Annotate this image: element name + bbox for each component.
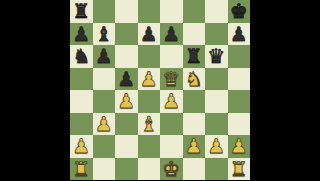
square-g6[interactable]: ♛ [205, 45, 228, 68]
square-e3[interactable] [160, 113, 183, 136]
square-f2[interactable]: ♟ [183, 135, 206, 158]
square-d1[interactable] [138, 158, 161, 181]
square-h6[interactable] [228, 45, 251, 68]
square-b2[interactable] [93, 135, 116, 158]
square-h8[interactable]: ♚ [228, 0, 251, 23]
square-g3[interactable] [205, 113, 228, 136]
piece-white-queen-e5[interactable]: ♛ [162, 68, 180, 90]
square-g8[interactable] [205, 0, 228, 23]
square-f5[interactable]: ♞ [183, 68, 206, 91]
square-b5[interactable] [93, 68, 116, 91]
square-c8[interactable] [115, 0, 138, 23]
square-g1[interactable] [205, 158, 228, 181]
piece-white-pawn-e4[interactable]: ♟ [162, 90, 180, 112]
square-c7[interactable] [115, 23, 138, 46]
piece-white-rook-h1[interactable]: ♜ [230, 158, 248, 180]
square-d3[interactable]: ♝ [138, 113, 161, 136]
square-e4[interactable]: ♟ [160, 90, 183, 113]
square-c6[interactable] [115, 45, 138, 68]
square-f3[interactable] [183, 113, 206, 136]
piece-white-pawn-d5[interactable]: ♟ [140, 68, 158, 90]
square-c2[interactable] [115, 135, 138, 158]
piece-black-rook-a8[interactable]: ♜ [72, 0, 90, 22]
square-c5[interactable]: ♟ [115, 68, 138, 91]
square-a1[interactable]: ♜ [70, 158, 93, 181]
square-h2[interactable]: ♟ [228, 135, 251, 158]
square-a2[interactable]: ♟ [70, 135, 93, 158]
square-f6[interactable]: ♜ [183, 45, 206, 68]
square-f7[interactable] [183, 23, 206, 46]
square-a6[interactable]: ♞ [70, 45, 93, 68]
piece-black-king-h8[interactable]: ♚ [230, 0, 248, 22]
square-e6[interactable] [160, 45, 183, 68]
square-g7[interactable] [205, 23, 228, 46]
square-a3[interactable] [70, 113, 93, 136]
square-d2[interactable] [138, 135, 161, 158]
chess-board[interactable]: ♜♚♟♝♟♟♟♞♟♜♛♟♟♛♞♟♟♟♝♟♟♟♟♜♚♜ [70, 0, 250, 180]
square-f8[interactable] [183, 0, 206, 23]
square-b4[interactable] [93, 90, 116, 113]
square-b7[interactable]: ♝ [93, 23, 116, 46]
piece-black-knight-a6[interactable]: ♞ [72, 45, 90, 67]
square-e1[interactable]: ♚ [160, 158, 183, 181]
piece-black-rook-f6[interactable]: ♜ [185, 45, 203, 67]
piece-white-pawn-b3[interactable]: ♟ [95, 113, 113, 135]
piece-white-knight-f5[interactable]: ♞ [185, 68, 203, 90]
square-b3[interactable]: ♟ [93, 113, 116, 136]
piece-black-pawn-e7[interactable]: ♟ [162, 23, 180, 45]
square-e2[interactable] [160, 135, 183, 158]
piece-white-pawn-f2[interactable]: ♟ [185, 135, 203, 157]
square-b8[interactable] [93, 0, 116, 23]
square-c4[interactable]: ♟ [115, 90, 138, 113]
piece-black-pawn-d7[interactable]: ♟ [140, 23, 158, 45]
square-g4[interactable] [205, 90, 228, 113]
square-h5[interactable] [228, 68, 251, 91]
square-h1[interactable]: ♜ [228, 158, 251, 181]
square-d4[interactable] [138, 90, 161, 113]
square-d5[interactable]: ♟ [138, 68, 161, 91]
square-h4[interactable] [228, 90, 251, 113]
piece-black-pawn-h7[interactable]: ♟ [230, 23, 248, 45]
square-c1[interactable] [115, 158, 138, 181]
square-a5[interactable] [70, 68, 93, 91]
piece-white-pawn-g2[interactable]: ♟ [207, 135, 225, 157]
square-f1[interactable] [183, 158, 206, 181]
square-e5[interactable]: ♛ [160, 68, 183, 91]
piece-black-queen-g6[interactable]: ♛ [207, 45, 225, 67]
square-d7[interactable]: ♟ [138, 23, 161, 46]
square-b6[interactable]: ♟ [93, 45, 116, 68]
square-a7[interactable]: ♟ [70, 23, 93, 46]
square-d8[interactable] [138, 0, 161, 23]
piece-black-pawn-c5[interactable]: ♟ [117, 68, 135, 90]
square-e8[interactable] [160, 0, 183, 23]
piece-white-pawn-c4[interactable]: ♟ [117, 90, 135, 112]
piece-white-rook-a1[interactable]: ♜ [72, 158, 90, 180]
chess-app-frame: ♜♚♟♝♟♟♟♞♟♜♛♟♟♛♞♟♟♟♝♟♟♟♟♜♚♜ [0, 0, 320, 180]
piece-white-bishop-d3[interactable]: ♝ [140, 113, 158, 135]
square-a4[interactable] [70, 90, 93, 113]
square-h3[interactable] [228, 113, 251, 136]
square-h7[interactable]: ♟ [228, 23, 251, 46]
square-b1[interactable] [93, 158, 116, 181]
piece-black-pawn-a7[interactable]: ♟ [72, 23, 90, 45]
piece-black-pawn-b6[interactable]: ♟ [95, 45, 113, 67]
letterbox-right [250, 0, 320, 180]
piece-white-pawn-a2[interactable]: ♟ [72, 135, 90, 157]
square-a8[interactable]: ♜ [70, 0, 93, 23]
square-g5[interactable] [205, 68, 228, 91]
square-c3[interactable] [115, 113, 138, 136]
square-g2[interactable]: ♟ [205, 135, 228, 158]
square-d6[interactable] [138, 45, 161, 68]
letterbox-left [0, 0, 70, 180]
piece-white-pawn-h2[interactable]: ♟ [230, 135, 248, 157]
square-f4[interactable] [183, 90, 206, 113]
piece-black-bishop-b7[interactable]: ♝ [95, 23, 113, 45]
piece-white-king-e1[interactable]: ♚ [162, 158, 180, 180]
square-e7[interactable]: ♟ [160, 23, 183, 46]
